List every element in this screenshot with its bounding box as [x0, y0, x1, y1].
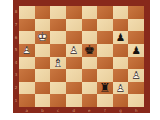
square-a3[interactable]: 3 — [19, 69, 35, 82]
square-d7[interactable] — [66, 19, 82, 32]
square-g3[interactable] — [113, 69, 129, 82]
file-label-d: d — [66, 109, 82, 113]
file-label-h: h — [128, 109, 144, 113]
square-f8[interactable] — [97, 6, 113, 19]
black-pawn-g6[interactable]: ♟ — [113, 31, 129, 44]
square-d4[interactable] — [66, 57, 82, 70]
square-b8[interactable] — [35, 6, 51, 19]
white-pawn-d5[interactable]: ♟♙ — [66, 44, 82, 57]
file-label-c: c — [50, 109, 66, 113]
square-d5[interactable]: ♟♙ — [66, 44, 82, 57]
white-king-b6[interactable]: ♚♔ — [35, 31, 51, 44]
rank-label-2: 2 — [14, 86, 18, 90]
black-king-e5[interactable]: ♚ — [82, 44, 98, 57]
rank-label-1: 1 — [14, 99, 18, 103]
white-pawn-outline-icon: ♙ — [66, 45, 82, 56]
square-a8[interactable]: 8 — [19, 6, 35, 19]
file-label-e: e — [82, 109, 98, 113]
square-b3[interactable] — [35, 69, 51, 82]
square-e2[interactable] — [82, 82, 98, 95]
black-pawn-icon: ♟ — [113, 32, 129, 43]
square-g4[interactable] — [113, 57, 129, 70]
black-pawn-icon: ♟ — [128, 45, 144, 56]
square-e7[interactable] — [82, 19, 98, 32]
square-c1[interactable]: c — [50, 94, 66, 107]
square-c6[interactable] — [50, 31, 66, 44]
square-a2[interactable]: 2 — [19, 82, 35, 95]
file-label-a: a — [19, 109, 35, 113]
square-h3[interactable]: ♟♙ — [128, 69, 144, 82]
square-e4[interactable] — [82, 57, 98, 70]
square-d2[interactable] — [66, 82, 82, 95]
rank-label-6: 6 — [14, 36, 18, 40]
square-a4[interactable]: 4 — [19, 57, 35, 70]
square-c4[interactable]: ♝♗ — [50, 57, 66, 70]
square-g1[interactable]: g — [113, 94, 129, 107]
black-rook-icon: ♜ — [97, 82, 113, 95]
square-f6[interactable] — [97, 31, 113, 44]
square-g8[interactable] — [113, 6, 129, 19]
square-d8[interactable] — [66, 6, 82, 19]
white-pawn-a5[interactable]: ♟♙ — [19, 44, 35, 57]
square-b1[interactable]: b — [35, 94, 51, 107]
black-pawn-h5[interactable]: ♟ — [128, 44, 144, 57]
white-pawn-outline-icon: ♙ — [113, 83, 129, 94]
square-e3[interactable] — [82, 69, 98, 82]
square-h5[interactable]: ♟ — [128, 44, 144, 57]
square-g2[interactable]: ♟♙ — [113, 82, 129, 95]
white-king-outline-icon: ♔ — [35, 31, 51, 44]
square-a1[interactable]: 1a — [19, 94, 35, 107]
square-c8[interactable] — [50, 6, 66, 19]
rank-label-4: 4 — [14, 61, 18, 65]
white-pawn-outline-icon: ♙ — [128, 70, 144, 81]
square-f7[interactable] — [97, 19, 113, 32]
square-b2[interactable] — [35, 82, 51, 95]
board-grid: 876♚♔♟5♟♙♟♙♚♟4♝♗3♟♙2♜♟♙1abcdefgh — [19, 6, 144, 107]
square-e8[interactable] — [82, 6, 98, 19]
square-h2[interactable] — [128, 82, 144, 95]
square-e5[interactable]: ♚ — [82, 44, 98, 57]
square-d6[interactable] — [66, 31, 82, 44]
square-c7[interactable] — [50, 19, 66, 32]
square-c3[interactable] — [50, 69, 66, 82]
square-e1[interactable]: e — [82, 94, 98, 107]
square-h4[interactable] — [128, 57, 144, 70]
square-f1[interactable]: f — [97, 94, 113, 107]
white-pawn-h3[interactable]: ♟♙ — [128, 69, 144, 82]
square-b6[interactable]: ♚♔ — [35, 31, 51, 44]
black-rook-f2[interactable]: ♜ — [97, 82, 113, 95]
square-f2[interactable]: ♜ — [97, 82, 113, 95]
rank-label-5: 5 — [14, 48, 18, 52]
white-pawn-g2[interactable]: ♟♙ — [113, 82, 129, 95]
square-f5[interactable] — [97, 44, 113, 57]
square-a6[interactable]: 6 — [19, 31, 35, 44]
square-h6[interactable] — [128, 31, 144, 44]
square-d1[interactable]: d — [66, 94, 82, 107]
file-label-b: b — [35, 109, 51, 113]
square-d3[interactable] — [66, 69, 82, 82]
black-king-icon: ♚ — [82, 44, 98, 57]
square-b5[interactable] — [35, 44, 51, 57]
rank-label-7: 7 — [14, 23, 18, 27]
rank-label-8: 8 — [14, 10, 18, 14]
rank-label-3: 3 — [14, 73, 18, 77]
white-bishop-outline-icon: ♗ — [50, 57, 66, 70]
square-h8[interactable] — [128, 6, 144, 19]
square-h1[interactable]: h — [128, 94, 144, 107]
white-bishop-c4[interactable]: ♝♗ — [50, 57, 66, 70]
square-b4[interactable] — [35, 57, 51, 70]
square-a5[interactable]: 5♟♙ — [19, 44, 35, 57]
square-c2[interactable] — [50, 82, 66, 95]
file-label-g: g — [113, 109, 129, 113]
white-pawn-outline-icon: ♙ — [19, 45, 35, 56]
chess-board: 876♚♔♟5♟♙♟♙♚♟4♝♗3♟♙2♜♟♙1abcdefgh — [13, 0, 150, 113]
square-h7[interactable] — [128, 19, 144, 32]
file-label-f: f — [97, 109, 113, 113]
square-a7[interactable]: 7 — [19, 19, 35, 32]
square-g7[interactable] — [113, 19, 129, 32]
square-f4[interactable] — [97, 57, 113, 70]
square-g5[interactable] — [113, 44, 129, 57]
square-g6[interactable]: ♟ — [113, 31, 129, 44]
